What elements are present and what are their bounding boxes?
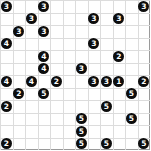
grid-cell[interactable]: [75, 25, 88, 38]
island[interactable]: 3: [38, 1, 49, 12]
island[interactable]: 5: [101, 138, 112, 149]
grid-cell[interactable]: [0, 25, 13, 38]
grid-cell[interactable]: [0, 113, 13, 126]
grid-cell[interactable]: [63, 138, 76, 151]
grid-cell[interactable]: [0, 63, 13, 76]
grid-cell[interactable]: [113, 138, 126, 151]
grid-cell[interactable]: [50, 25, 63, 38]
grid-cell[interactable]: [100, 0, 113, 13]
grid-cell[interactable]: [113, 113, 126, 126]
island[interactable]: 5: [126, 113, 137, 124]
island[interactable]: 4: [1, 76, 12, 87]
grid-cell[interactable]: [88, 50, 101, 63]
grid-cell[interactable]: [63, 88, 76, 101]
grid-cell[interactable]: [113, 25, 126, 38]
grid-cell[interactable]: [100, 125, 113, 138]
grid-cell[interactable]: [13, 125, 26, 138]
grid-cell[interactable]: [13, 13, 26, 26]
grid-cell[interactable]: [0, 88, 13, 101]
grid-cell[interactable]: [25, 88, 38, 101]
island[interactable]: 5: [76, 126, 87, 137]
grid-cell[interactable]: [50, 38, 63, 51]
grid-cell[interactable]: [75, 38, 88, 51]
island[interactable]: 2: [138, 76, 149, 87]
grid-cell[interactable]: [50, 138, 63, 151]
grid-cell[interactable]: [50, 63, 63, 76]
grid-cell[interactable]: [100, 113, 113, 126]
island[interactable]: 3: [26, 13, 37, 24]
grid-cell[interactable]: [63, 25, 76, 38]
island[interactable]: 2: [51, 76, 62, 87]
grid-cell[interactable]: [38, 38, 51, 51]
grid-cell[interactable]: [125, 138, 138, 151]
grid-cell[interactable]: [88, 0, 101, 13]
grid-cell[interactable]: [113, 63, 126, 76]
grid-cell[interactable]: [100, 38, 113, 51]
grid-cell[interactable]: [75, 100, 88, 113]
grid-cell[interactable]: [25, 0, 38, 13]
grid-cell[interactable]: [138, 88, 151, 101]
island[interactable]: 4: [26, 76, 37, 87]
grid-cell[interactable]: [25, 25, 38, 38]
grid-cell[interactable]: [38, 100, 51, 113]
grid-cell[interactable]: [63, 0, 76, 13]
island[interactable]: 3: [88, 76, 99, 87]
island[interactable]: 3: [76, 63, 87, 74]
grid-cell[interactable]: [50, 50, 63, 63]
grid-cell[interactable]: [88, 113, 101, 126]
grid-cell[interactable]: [50, 0, 63, 13]
grid-cell[interactable]: [138, 100, 151, 113]
grid-cell[interactable]: [88, 88, 101, 101]
hashi-puzzle-board[interactable]: 333333334342434423312255255552555: [0, 0, 150, 150]
grid-cell[interactable]: [25, 38, 38, 51]
grid-cell[interactable]: [25, 50, 38, 63]
grid-cell[interactable]: [138, 50, 151, 63]
island[interactable]: 3: [138, 1, 149, 12]
island[interactable]: 4: [1, 38, 12, 49]
island[interactable]: 4: [38, 51, 49, 62]
grid-cell[interactable]: [113, 100, 126, 113]
grid-cell[interactable]: [125, 63, 138, 76]
grid-cell[interactable]: [113, 0, 126, 13]
grid-cell[interactable]: [138, 113, 151, 126]
island[interactable]: 3: [101, 76, 112, 87]
grid-cell[interactable]: [125, 25, 138, 38]
island[interactable]: 5: [76, 113, 87, 124]
grid-cell[interactable]: [0, 50, 13, 63]
grid-cell[interactable]: [75, 13, 88, 26]
grid-cell[interactable]: [125, 50, 138, 63]
island[interactable]: 2: [1, 101, 12, 112]
grid-cell[interactable]: [88, 100, 101, 113]
grid-cell[interactable]: [38, 75, 51, 88]
island[interactable]: 3: [13, 26, 24, 37]
grid-cell[interactable]: [75, 0, 88, 13]
grid-cell[interactable]: [63, 75, 76, 88]
grid-cell[interactable]: [25, 125, 38, 138]
grid-cell[interactable]: [100, 13, 113, 26]
grid-cell[interactable]: [38, 113, 51, 126]
grid-cell[interactable]: [38, 138, 51, 151]
grid-cell[interactable]: [63, 13, 76, 26]
grid-cell[interactable]: [13, 38, 26, 51]
grid-cell[interactable]: [138, 125, 151, 138]
island[interactable]: 5: [76, 138, 87, 149]
grid-cell[interactable]: [63, 113, 76, 126]
grid-cell[interactable]: [75, 75, 88, 88]
grid-cell[interactable]: [63, 38, 76, 51]
grid-cell[interactable]: [125, 38, 138, 51]
grid-cell[interactable]: [75, 50, 88, 63]
grid-cell[interactable]: [25, 113, 38, 126]
grid-cell[interactable]: [125, 0, 138, 13]
grid-cell[interactable]: [50, 88, 63, 101]
grid-cell[interactable]: [13, 50, 26, 63]
grid-cell[interactable]: [88, 63, 101, 76]
grid-cell[interactable]: [25, 138, 38, 151]
grid-cell[interactable]: [88, 125, 101, 138]
island[interactable]: 5: [101, 101, 112, 112]
grid-cell[interactable]: [50, 125, 63, 138]
grid-cell[interactable]: [63, 125, 76, 138]
grid-cell[interactable]: [113, 125, 126, 138]
grid-cell[interactable]: [125, 100, 138, 113]
grid-cell[interactable]: [75, 88, 88, 101]
grid-cell[interactable]: [0, 13, 13, 26]
grid-cell[interactable]: [13, 100, 26, 113]
grid-cell[interactable]: [25, 63, 38, 76]
grid-cell[interactable]: [125, 13, 138, 26]
grid-cell[interactable]: [63, 50, 76, 63]
island[interactable]: 5: [126, 88, 137, 99]
grid-cell[interactable]: [38, 13, 51, 26]
grid-cell[interactable]: [0, 125, 13, 138]
grid-cell[interactable]: [125, 125, 138, 138]
island[interactable]: 3: [38, 26, 49, 37]
island[interactable]: 2: [1, 138, 12, 149]
grid-cell[interactable]: [138, 25, 151, 38]
grid-cell[interactable]: [138, 13, 151, 26]
grid-cell[interactable]: [13, 138, 26, 151]
grid-cell[interactable]: [50, 113, 63, 126]
grid-cell[interactable]: [125, 75, 138, 88]
grid-cell[interactable]: [63, 63, 76, 76]
grid-cell[interactable]: [63, 100, 76, 113]
grid-cell[interactable]: [88, 25, 101, 38]
grid-cell[interactable]: [38, 125, 51, 138]
island[interactable]: 3: [1, 1, 12, 12]
grid-cell[interactable]: [100, 25, 113, 38]
grid-cell[interactable]: [100, 63, 113, 76]
grid-cell[interactable]: [138, 38, 151, 51]
grid-cell[interactable]: [25, 100, 38, 113]
grid-cell[interactable]: [13, 75, 26, 88]
grid-cell[interactable]: [88, 138, 101, 151]
grid-cell[interactable]: [113, 38, 126, 51]
island[interactable]: 2: [113, 51, 124, 62]
grid-cell[interactable]: [50, 100, 63, 113]
grid-cell[interactable]: [100, 50, 113, 63]
grid-cell[interactable]: [13, 63, 26, 76]
grid-cell[interactable]: [50, 13, 63, 26]
grid-cell[interactable]: [13, 0, 26, 13]
grid-cell[interactable]: [13, 113, 26, 126]
grid-cell[interactable]: [138, 63, 151, 76]
island[interactable]: 1: [113, 76, 124, 87]
grid-cell[interactable]: [113, 88, 126, 101]
grid-cell[interactable]: [100, 88, 113, 101]
